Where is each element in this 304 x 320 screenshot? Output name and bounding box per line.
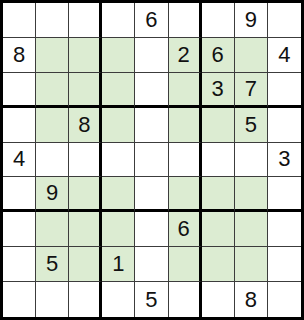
cell-r2c8[interactable] [235,38,268,73]
cell-r6c9[interactable] [268,177,301,212]
cell-r6c2[interactable]: 9 [36,177,69,212]
cell-r5c3[interactable] [69,143,102,178]
cell-r3c4[interactable] [102,73,135,108]
cell-r5c1[interactable]: 4 [3,143,36,178]
cell-r9c4[interactable] [102,282,135,317]
cell-r5c5[interactable] [135,143,168,178]
cell-r2c9[interactable]: 4 [268,38,301,73]
cell-r7c3[interactable] [69,212,102,247]
cell-r5c9[interactable]: 3 [268,143,301,178]
cell-r9c1[interactable] [3,282,36,317]
cell-r7c6[interactable]: 6 [169,212,202,247]
cell-r9c7[interactable] [202,282,235,317]
cell-r2c1[interactable]: 8 [3,38,36,73]
cell-r3c9[interactable] [268,73,301,108]
cell-r3c5[interactable] [135,73,168,108]
cell-r8c9[interactable] [268,247,301,282]
cell-r3c2[interactable] [36,73,69,108]
cell-r1c1[interactable] [3,3,36,38]
cell-r2c2[interactable] [36,38,69,73]
cell-r4c2[interactable] [36,108,69,143]
cell-r1c2[interactable] [36,3,69,38]
cell-r1c8[interactable]: 9 [235,3,268,38]
cell-r8c7[interactable] [202,247,235,282]
cell-r4c5[interactable] [135,108,168,143]
cell-r4c9[interactable] [268,108,301,143]
cell-r2c4[interactable] [102,38,135,73]
cell-r4c4[interactable] [102,108,135,143]
cell-r8c1[interactable] [3,247,36,282]
cell-r6c7[interactable] [202,177,235,212]
cell-r4c3[interactable]: 8 [69,108,102,143]
cell-r3c8[interactable]: 7 [235,73,268,108]
cell-r9c3[interactable] [69,282,102,317]
cell-r4c1[interactable] [3,108,36,143]
cell-r8c5[interactable] [135,247,168,282]
cell-r5c2[interactable] [36,143,69,178]
cell-r5c8[interactable] [235,143,268,178]
cell-r5c7[interactable] [202,143,235,178]
cell-r9c9[interactable] [268,282,301,317]
cell-r5c6[interactable] [169,143,202,178]
cell-r1c7[interactable] [202,3,235,38]
cell-r4c7[interactable] [202,108,235,143]
cell-r3c6[interactable] [169,73,202,108]
cell-r2c3[interactable] [69,38,102,73]
cell-r1c4[interactable] [102,3,135,38]
cell-r8c2[interactable]: 5 [36,247,69,282]
cell-r9c5[interactable]: 5 [135,282,168,317]
cell-r1c5[interactable]: 6 [135,3,168,38]
cell-r2c7[interactable]: 6 [202,38,235,73]
cell-r9c6[interactable] [169,282,202,317]
cell-r6c8[interactable] [235,177,268,212]
cell-r6c5[interactable] [135,177,168,212]
cell-r2c6[interactable]: 2 [169,38,202,73]
cell-r9c2[interactable] [36,282,69,317]
cell-r7c9[interactable] [268,212,301,247]
cell-r1c9[interactable] [268,3,301,38]
cell-r7c7[interactable] [202,212,235,247]
cell-r3c3[interactable] [69,73,102,108]
cell-r1c6[interactable] [169,3,202,38]
sudoku-board: 698264378543965158 [0,0,304,320]
cell-r8c6[interactable] [169,247,202,282]
cell-r8c4[interactable]: 1 [102,247,135,282]
cell-r5c4[interactable] [102,143,135,178]
cell-r1c3[interactable] [69,3,102,38]
cell-r3c1[interactable] [3,73,36,108]
cell-r6c6[interactable] [169,177,202,212]
cell-r7c5[interactable] [135,212,168,247]
cell-r7c8[interactable] [235,212,268,247]
cell-r7c2[interactable] [36,212,69,247]
cell-r3c7[interactable]: 3 [202,73,235,108]
cell-r7c4[interactable] [102,212,135,247]
cell-r7c1[interactable] [3,212,36,247]
cell-r2c5[interactable] [135,38,168,73]
cell-r6c1[interactable] [3,177,36,212]
cell-r8c3[interactable] [69,247,102,282]
cell-r4c8[interactable]: 5 [235,108,268,143]
cell-r9c8[interactable]: 8 [235,282,268,317]
cell-r8c8[interactable] [235,247,268,282]
cell-r6c4[interactable] [102,177,135,212]
cell-r6c3[interactable] [69,177,102,212]
sudoku-page: 698264378543965158 [0,0,304,320]
cell-r4c6[interactable] [169,108,202,143]
